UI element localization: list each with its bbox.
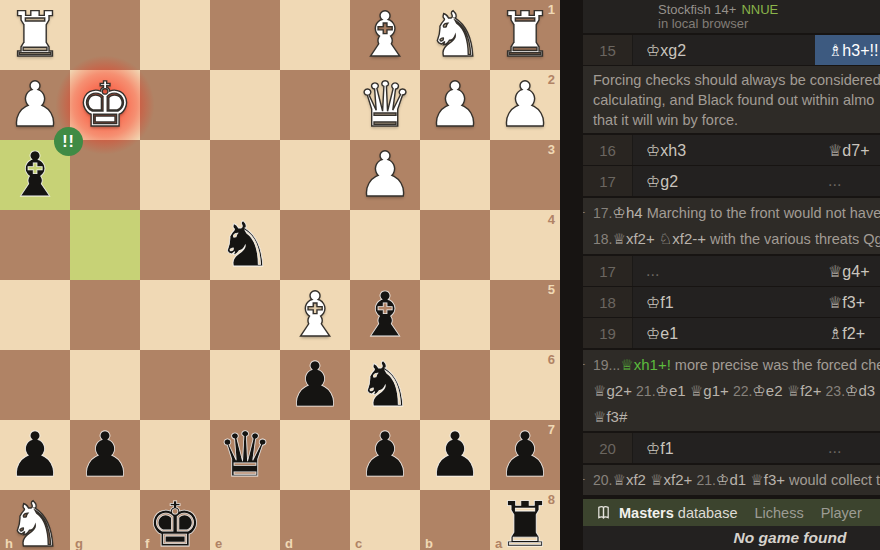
square-b2[interactable]: ♟ [420, 70, 490, 140]
variation-move[interactable]: ♔e2 [752, 382, 786, 399]
square-b4[interactable] [420, 210, 490, 280]
square-b1[interactable]: ♞ [420, 0, 490, 70]
variation-comment-text: with the various threats Qg4 [706, 231, 880, 247]
file-label-g: g [75, 536, 83, 550]
variation-move[interactable]: 23. [826, 383, 845, 399]
move-number: 16 [583, 135, 633, 165]
variation-move[interactable]: ♕g2+ [593, 382, 636, 399]
square-c6[interactable]: ♞ [350, 350, 420, 420]
piece-black-knight[interactable]: ♞ [210, 210, 280, 280]
move-white-15[interactable]: ♔xg2 [633, 35, 815, 65]
move-row-16: 16♔xh3♕d7+ [583, 135, 880, 165]
rank-label-8: 8 [548, 492, 555, 507]
piece-black-pawn[interactable]: ♟ [350, 420, 420, 490]
square-d2[interactable] [280, 70, 350, 140]
move-number: 20 [583, 433, 633, 463]
move-row-20: 20♔f1... [583, 433, 880, 463]
square-d1[interactable] [280, 0, 350, 70]
file-label-d: d [285, 536, 293, 550]
square-g6[interactable] [70, 350, 140, 420]
variation-move[interactable]: ♕xf2 [612, 471, 650, 488]
square-c5[interactable]: ♝ [350, 280, 420, 350]
piece-white-pawn[interactable]: ♟ [420, 70, 490, 140]
piece-black-pawn[interactable]: ♟ [280, 350, 350, 420]
lichess-analysis-screen: ♜♝♞♜1♟♚♛♟♟2♝!!♟3♞4♝♝5♟♞6♟♟♛♟♟♟7♞hg♚fedcb… [0, 0, 880, 550]
piece-white-rook[interactable]: ♜ [0, 0, 70, 70]
engine-location: in local browser [658, 17, 880, 31]
tab-masters-bold-label: Masters [619, 505, 674, 521]
line-collapse-icon[interactable]: − [583, 200, 585, 225]
square-g2[interactable]: ♚ [70, 70, 140, 140]
piece-white-pawn[interactable]: ♟ [350, 140, 420, 210]
chess-board[interactable]: ♜♝♞♜1♟♚♛♟♟2♝!!♟3♞4♝♝5♟♞6♟♟♛♟♟♟7♞hg♚fedcb… [0, 0, 560, 550]
variation-move[interactable]: 17. [593, 205, 612, 221]
square-b7[interactable]: ♟ [420, 420, 490, 490]
file-label-h: h [5, 536, 13, 550]
square-g7[interactable]: ♟ [70, 420, 140, 490]
square-d3[interactable] [280, 140, 350, 210]
move-black-20[interactable]: ... [815, 433, 880, 463]
square-b6[interactable] [420, 350, 490, 420]
square-c3[interactable]: ♟ [350, 140, 420, 210]
move-row-17: 17...♕g4+ [583, 256, 880, 286]
move-number: 18 [583, 287, 633, 317]
piece-black-pawn[interactable]: ♟ [0, 420, 70, 490]
explorer-result-area: No game found [583, 526, 880, 550]
square-g4[interactable] [70, 210, 140, 280]
file-label-a: a [495, 536, 502, 550]
move-white-20[interactable]: ♔f1 [633, 433, 815, 463]
piece-black-bishop[interactable]: ♝ [350, 280, 420, 350]
rank-label-6: 6 [548, 352, 555, 367]
square-f6[interactable] [140, 350, 210, 420]
piece-black-king[interactable]: ♚ [140, 490, 210, 550]
book-icon [596, 505, 611, 520]
move-black-18[interactable]: ♕f3+ [815, 287, 880, 317]
file-label-b: b [425, 536, 433, 550]
variation-move[interactable]: 19... [593, 357, 620, 373]
square-e6[interactable] [210, 350, 280, 420]
piece-white-king[interactable]: ♚ [70, 70, 140, 140]
square-d7[interactable] [280, 420, 350, 490]
square-a8[interactable]: ♜8a [490, 490, 560, 550]
analysis-panel: Stockfish 14+NNUE in local browser 15♔xg… [583, 0, 880, 550]
square-a1[interactable]: ♜1 [490, 0, 560, 70]
variation-move[interactable]: ♔h4 [612, 204, 642, 221]
variation-move[interactable]: ♕g1+ [690, 382, 733, 399]
piece-black-knight[interactable]: ♞ [350, 350, 420, 420]
square-e1[interactable] [210, 0, 280, 70]
file-label-c: c [355, 536, 362, 550]
move-row-18: 18♔f1♕f3+ [583, 287, 880, 317]
square-g8[interactable]: g [70, 490, 140, 550]
square-b5[interactable] [420, 280, 490, 350]
variation-line: −19...♕xh1+! more precise was the forced… [583, 350, 880, 431]
square-b8[interactable]: b [420, 490, 490, 550]
square-c2[interactable]: ♛ [350, 70, 420, 140]
move-number: 17 [583, 166, 633, 196]
square-e4[interactable]: ♞ [210, 210, 280, 280]
square-a3[interactable]: 3 [490, 140, 560, 210]
square-e7[interactable]: ♛ [210, 420, 280, 490]
engine-name-line: Stockfish 14+NNUE [658, 2, 880, 17]
move-black-19[interactable]: ♗f2+ [815, 318, 880, 348]
variation-move[interactable]: ♕xf2+ [612, 230, 658, 247]
square-d5[interactable]: ♝ [280, 280, 350, 350]
line-collapse-icon[interactable]: − [583, 467, 585, 492]
square-h1[interactable]: ♜ [0, 0, 70, 70]
file-label-e: e [215, 536, 222, 550]
tab-masters-rest-label: database [678, 505, 738, 521]
square-e5[interactable] [210, 280, 280, 350]
move-black-17[interactable]: ... [815, 166, 880, 196]
explorer-tab-bar: Mastersdatabase Lichess Player [583, 499, 880, 526]
piece-white-queen[interactable]: ♛ [350, 70, 420, 140]
engine-nnue-badge: NNUE [741, 2, 778, 17]
square-d6[interactable]: ♟ [280, 350, 350, 420]
piece-white-knight[interactable]: ♞ [420, 0, 490, 70]
rank-label-1: 1 [548, 2, 555, 17]
variation-move[interactable]: 21. [636, 383, 655, 399]
piece-black-pawn[interactable]: ♟ [420, 420, 490, 490]
square-c8[interactable]: c [350, 490, 420, 550]
square-d4[interactable] [280, 210, 350, 280]
move-white-17[interactable]: ♔g2 [633, 166, 815, 196]
piece-white-bishop[interactable]: ♝ [350, 0, 420, 70]
square-f4[interactable] [140, 210, 210, 280]
variation-move[interactable]: ♕f3# [593, 408, 627, 425]
square-h4[interactable] [0, 210, 70, 280]
square-e8[interactable]: e [210, 490, 280, 550]
variation-move[interactable]: 18. [593, 231, 612, 247]
square-a6[interactable]: 6 [490, 350, 560, 420]
move-white-17[interactable]: ... [633, 256, 815, 286]
square-a2[interactable]: ♟2 [490, 70, 560, 140]
move-black-17[interactable]: ♕g4+ [815, 256, 880, 286]
variation-move[interactable]: ♔d1 [716, 471, 750, 488]
variation-move[interactable]: ♔d3 [845, 382, 879, 399]
move-row-17: 17♔g2... [583, 166, 880, 196]
piece-black-pawn[interactable]: ♟ [70, 420, 140, 490]
square-a7[interactable]: ♟7 [490, 420, 560, 490]
square-f7[interactable] [140, 420, 210, 490]
tab-player[interactable]: Player [821, 505, 862, 521]
rank-label-7: 7 [548, 422, 555, 437]
square-f1[interactable] [140, 0, 210, 70]
move-row-19: 19♔e1♗f2+ [583, 318, 880, 348]
variation-move[interactable]: ♔e1 [656, 382, 690, 399]
move-row-15: 15♔xg2♗h3+!! [583, 35, 880, 65]
square-c4[interactable] [350, 210, 420, 280]
variation-comment-text: more precise was the forced check [671, 357, 880, 373]
square-f5[interactable] [140, 280, 210, 350]
variation-move[interactable]: 20. [593, 472, 612, 488]
move-number: 15 [583, 35, 633, 65]
square-g5[interactable] [70, 280, 140, 350]
move-white-16[interactable]: ♔xh3 [633, 135, 815, 165]
analysis-comment: Forcing checks should always be consider… [583, 66, 880, 133]
square-d8[interactable]: d [280, 490, 350, 550]
square-h6[interactable] [0, 350, 70, 420]
move-white-19[interactable]: ♔e1 [633, 318, 815, 348]
square-a4[interactable]: 4 [490, 210, 560, 280]
variation-move[interactable]: 21. [696, 472, 715, 488]
variation-comment-text: would collect to [785, 472, 880, 488]
move-black-15[interactable]: ♗h3+!! [815, 35, 880, 65]
tab-lichess[interactable]: Lichess [754, 505, 803, 521]
variation-move[interactable]: ♕xh1+! [620, 356, 671, 373]
rank-label-3: 3 [548, 142, 555, 157]
tab-masters-database[interactable]: Mastersdatabase [619, 505, 737, 521]
square-c1[interactable]: ♝ [350, 0, 420, 70]
square-f3[interactable] [140, 140, 210, 210]
file-label-f: f [145, 536, 149, 550]
brilliant-move-badge: !! [54, 127, 83, 156]
move-black-16[interactable]: ♕d7+ [815, 135, 880, 165]
move-list: 15♔xg2♗h3+!!Forcing checks should always… [583, 35, 880, 497]
square-c7[interactable]: ♟ [350, 420, 420, 490]
rank-label-5: 5 [548, 282, 555, 297]
line-collapse-icon[interactable]: − [583, 352, 585, 377]
move-number: 17 [583, 256, 633, 286]
piece-white-bishop[interactable]: ♝ [280, 280, 350, 350]
square-f8[interactable]: ♚f [140, 490, 210, 550]
square-h3[interactable]: ♝!! [0, 140, 70, 210]
variation-comment-text: Marching to the front would not have he [643, 205, 880, 221]
engine-name: Stockfish 14+ [658, 2, 736, 17]
rank-label-4: 4 [548, 212, 555, 227]
variation-move[interactable]: ♕xf2+ [650, 471, 696, 488]
square-e2[interactable] [210, 70, 280, 140]
rank-label-2: 2 [548, 72, 555, 87]
square-h5[interactable] [0, 280, 70, 350]
no-game-found-text: No game found [734, 529, 847, 547]
variation-move[interactable]: ♕f3+ [750, 471, 785, 488]
square-b3[interactable] [420, 140, 490, 210]
variation-move[interactable]: 22. [733, 383, 752, 399]
move-white-18[interactable]: ♔f1 [633, 287, 815, 317]
variation-line: −20.♕xf2 ♕xf2+ 21.♔d1 ♕f3+ would collect… [583, 465, 880, 495]
variation-move[interactable]: ♕f2+ [787, 382, 826, 399]
square-e3[interactable] [210, 140, 280, 210]
piece-black-queen[interactable]: ♛ [210, 420, 280, 490]
square-h8[interactable]: ♞h [0, 490, 70, 550]
square-a5[interactable]: 5 [490, 280, 560, 350]
engine-header: Stockfish 14+NNUE in local browser [583, 0, 880, 33]
variation-move[interactable]: ♘xf2-+ [659, 230, 706, 247]
square-h7[interactable]: ♟ [0, 420, 70, 490]
variation-line: −17.♔h4 Marching to the front would not … [583, 198, 880, 254]
move-number: 19 [583, 318, 633, 348]
